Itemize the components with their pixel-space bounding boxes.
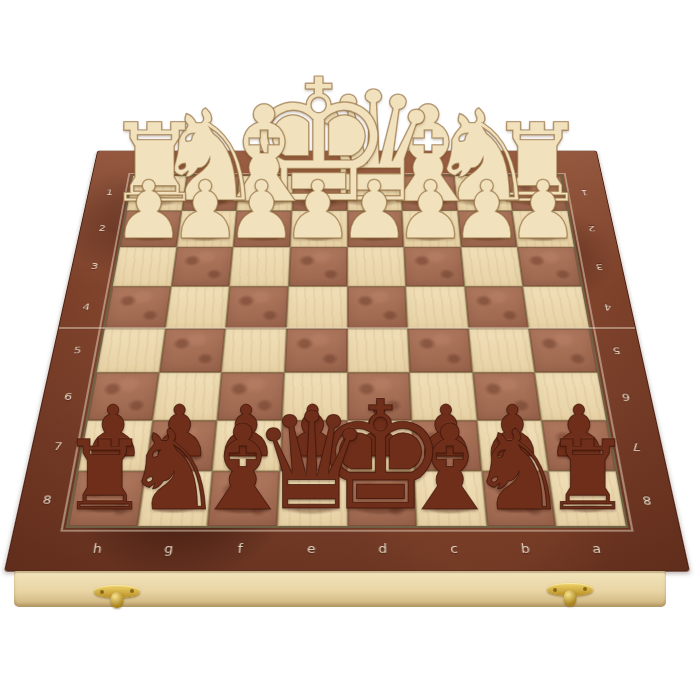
pieces-layer: ♜♞♝♛♚♝♞♜♟♟♟♟♟♟♟♟♟♟♟♟♟♟♟♟♜♞♝♚♛♝♞♜ [0, 0, 700, 700]
piece-white-pawn-h2[interactable]: ♟ [113, 170, 185, 250]
product-photo: 1234567812345678hgfedcba ♜♞♝♛♚♝♞♜♟♟♟♟♟♟♟… [0, 0, 700, 700]
piece-black-rook-h8[interactable]: ♜ [61, 428, 147, 524]
